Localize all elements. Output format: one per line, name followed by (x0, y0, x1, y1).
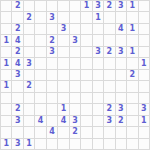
cell-r5c13[interactable] (139, 47, 150, 58)
cell-r7c4[interactable] (35, 70, 46, 81)
cell-r2c5[interactable]: 3 (47, 12, 58, 23)
cell-r13c10[interactable] (104, 139, 115, 150)
cell-r3c1[interactable] (1, 24, 12, 35)
cell-r13c2[interactable]: 3 (12, 139, 23, 150)
cell-r11c3[interactable] (24, 116, 35, 127)
cell-r8c3[interactable]: 2 (24, 81, 35, 92)
clue-number: 3 (49, 14, 55, 22)
cell-r12c7[interactable]: 2 (70, 127, 81, 138)
clue-number: 4 (38, 117, 44, 125)
cell-r5c10[interactable]: 2 (104, 47, 115, 58)
cell-r3c11[interactable]: 4 (116, 24, 127, 35)
clue-number: 3 (72, 117, 78, 125)
cell-r3c6[interactable]: 3 (58, 24, 69, 35)
cell-r13c11[interactable] (116, 139, 127, 150)
cell-r2c10[interactable] (104, 12, 115, 23)
clue-number: 3 (72, 37, 78, 45)
cell-r4c2[interactable]: 4 (12, 35, 23, 46)
cell-r1c7[interactable] (70, 1, 81, 12)
cell-r8c12[interactable] (127, 81, 138, 92)
cell-r5c9[interactable]: 3 (93, 47, 104, 58)
cell-r13c6[interactable] (58, 139, 69, 150)
cell-r10c2[interactable]: 2 (12, 104, 23, 115)
clue-number: 1 (141, 117, 147, 125)
clue-number: 4 (15, 37, 21, 45)
clue-number: 2 (15, 105, 21, 113)
cell-r5c1[interactable] (1, 47, 12, 58)
cell-r2c1[interactable] (1, 12, 12, 23)
cell-r1c8[interactable]: 1 (81, 1, 92, 12)
clue-number: 4 (15, 60, 21, 68)
cell-r6c4[interactable] (35, 58, 46, 69)
cell-r10c5[interactable] (47, 104, 58, 115)
cell-r2c6[interactable] (58, 12, 69, 23)
cell-r9c4[interactable] (35, 93, 46, 104)
clue-number: 3 (15, 71, 21, 79)
cell-r3c12[interactable]: 1 (127, 24, 138, 35)
cell-r11c6[interactable]: 4 (58, 116, 69, 127)
clue-number: 3 (118, 105, 124, 113)
cell-r12c6[interactable] (58, 127, 69, 138)
cell-r6c1[interactable]: 1 (1, 58, 12, 69)
cell-r2c2[interactable] (12, 12, 23, 23)
cell-r10c9[interactable] (93, 104, 104, 115)
clue-number: 1 (141, 60, 147, 68)
cell-r9c9[interactable] (93, 93, 104, 104)
cell-r4c5[interactable]: 2 (47, 35, 58, 46)
cell-r10c11[interactable]: 3 (116, 104, 127, 115)
cell-r6c7[interactable] (70, 58, 81, 69)
cell-r8c6[interactable] (58, 81, 69, 92)
cell-r2c9[interactable]: 1 (93, 12, 104, 23)
cell-r9c1[interactable] (1, 93, 12, 104)
cell-r3c13[interactable] (139, 24, 150, 35)
cell-r12c11[interactable] (116, 127, 127, 138)
cell-r8c4[interactable] (35, 81, 46, 92)
clue-number: 2 (15, 48, 21, 56)
cell-r4c9[interactable] (93, 35, 104, 46)
clue-number: 3 (26, 60, 32, 68)
cell-r7c12[interactable]: 2 (127, 70, 138, 81)
cell-r12c1[interactable] (1, 127, 12, 138)
cell-r2c3[interactable]: 2 (24, 12, 35, 23)
clue-number: 3 (61, 25, 67, 33)
cell-r6c5[interactable] (47, 58, 58, 69)
cell-r1c3[interactable] (24, 1, 35, 12)
cell-r9c8[interactable] (81, 93, 92, 104)
clue-number: 2 (72, 128, 78, 136)
cell-r13c5[interactable] (47, 139, 58, 150)
cell-r10c1[interactable] (1, 104, 12, 115)
cell-r5c11[interactable]: 3 (116, 47, 127, 58)
cell-r4c4[interactable] (35, 35, 46, 46)
clue-number: 2 (130, 71, 136, 79)
cell-r5c7[interactable] (70, 47, 81, 58)
cell-r11c1[interactable] (1, 116, 12, 127)
cell-r10c12[interactable] (127, 104, 138, 115)
cell-r10c8[interactable] (81, 104, 92, 115)
cell-r1c10[interactable]: 2 (104, 1, 115, 12)
cell-r8c11[interactable] (116, 81, 127, 92)
clue-number: 4 (49, 128, 55, 136)
cell-r8c9[interactable] (93, 81, 104, 92)
cell-r8c1[interactable]: 1 (1, 81, 12, 92)
puzzle-board: 2132312312341142323323114313212212333443… (0, 0, 150, 150)
cell-r10c6[interactable]: 1 (58, 104, 69, 115)
cell-r4c13[interactable] (139, 35, 150, 46)
cell-r10c10[interactable]: 2 (104, 104, 115, 115)
cell-r10c3[interactable] (24, 104, 35, 115)
cell-r9c2[interactable] (12, 93, 23, 104)
cell-r3c9[interactable] (93, 24, 104, 35)
cell-r4c11[interactable] (116, 35, 127, 46)
cell-r3c7[interactable] (70, 24, 81, 35)
cell-r6c12[interactable] (127, 58, 138, 69)
cell-r8c7[interactable] (70, 81, 81, 92)
cell-r7c9[interactable] (93, 70, 104, 81)
cell-r11c9[interactable] (93, 116, 104, 127)
cell-r8c13[interactable] (139, 81, 150, 92)
cell-r11c12[interactable] (127, 116, 138, 127)
cell-r13c3[interactable]: 1 (24, 139, 35, 150)
cell-r1c9[interactable]: 3 (93, 1, 104, 12)
cell-r3c3[interactable] (24, 24, 35, 35)
cell-r9c10[interactable] (104, 93, 115, 104)
cell-r4c6[interactable] (58, 35, 69, 46)
cell-r5c4[interactable] (35, 47, 46, 58)
cell-r4c10[interactable] (104, 35, 115, 46)
cell-r11c2[interactable]: 3 (12, 116, 23, 127)
cell-r9c12[interactable] (127, 93, 138, 104)
cell-r1c4[interactable] (35, 1, 46, 12)
cell-r4c7[interactable]: 3 (70, 35, 81, 46)
cell-r3c8[interactable] (81, 24, 92, 35)
clue-number: 4 (61, 117, 67, 125)
cell-r12c3[interactable] (24, 127, 35, 138)
clue-number: 1 (3, 140, 9, 148)
cell-r2c8[interactable] (81, 12, 92, 23)
cell-r6c13[interactable]: 1 (139, 58, 150, 69)
cell-r10c13[interactable]: 3 (139, 104, 150, 115)
cell-r12c5[interactable]: 4 (47, 127, 58, 138)
cell-r9c13[interactable] (139, 93, 150, 104)
clue-number: 3 (15, 117, 21, 125)
cell-r7c7[interactable] (70, 70, 81, 81)
clue-number: 3 (118, 2, 124, 10)
clue-number: 1 (95, 14, 101, 22)
clue-number: 2 (15, 25, 21, 33)
cell-r12c10[interactable] (104, 127, 115, 138)
cell-r11c11[interactable]: 2 (116, 116, 127, 127)
cell-r8c10[interactable] (104, 81, 115, 92)
cell-r1c5[interactable] (47, 1, 58, 12)
clue-number: 1 (3, 60, 9, 68)
cell-r7c3[interactable] (24, 70, 35, 81)
cell-r13c8[interactable] (81, 139, 92, 150)
cell-r7c8[interactable] (81, 70, 92, 81)
cell-r8c8[interactable] (81, 81, 92, 92)
clue-number: 3 (49, 48, 55, 56)
cell-r12c2[interactable] (12, 127, 23, 138)
cell-r11c7[interactable]: 3 (70, 116, 81, 127)
cell-r1c12[interactable]: 1 (127, 1, 138, 12)
clue-number: 2 (15, 2, 21, 10)
cell-r12c9[interactable] (93, 127, 104, 138)
clue-number: 1 (26, 140, 32, 148)
cell-r7c11[interactable] (116, 70, 127, 81)
cell-r2c12[interactable] (127, 12, 138, 23)
cell-r4c12[interactable] (127, 35, 138, 46)
cell-r7c6[interactable] (58, 70, 69, 81)
clue-number: 2 (107, 48, 113, 56)
cell-r9c7[interactable] (70, 93, 81, 104)
cell-r5c6[interactable] (58, 47, 69, 58)
cell-r2c7[interactable] (70, 12, 81, 23)
cell-r13c13[interactable] (139, 139, 150, 150)
cell-r3c2[interactable]: 2 (12, 24, 23, 35)
cell-r6c8[interactable] (81, 58, 92, 69)
clue-number: 1 (130, 25, 136, 33)
cell-r11c5[interactable] (47, 116, 58, 127)
cell-r11c8[interactable] (81, 116, 92, 127)
clue-number: 1 (3, 82, 9, 90)
cell-r1c13[interactable] (139, 1, 150, 12)
clue-number: 1 (61, 105, 67, 113)
clue-number: 3 (118, 48, 124, 56)
clue-number: 3 (95, 48, 101, 56)
cell-r6c6[interactable] (58, 58, 69, 69)
cell-r9c6[interactable] (58, 93, 69, 104)
cell-r6c10[interactable] (104, 58, 115, 69)
cell-r3c4[interactable] (35, 24, 46, 35)
clue-number: 3 (141, 105, 147, 113)
clue-number: 1 (130, 48, 136, 56)
clue-number: 2 (118, 117, 124, 125)
cell-r4c8[interactable] (81, 35, 92, 46)
cell-r10c7[interactable] (70, 104, 81, 115)
cell-r4c1[interactable]: 1 (1, 35, 12, 46)
cell-r7c1[interactable] (1, 70, 12, 81)
cell-r3c10[interactable] (104, 24, 115, 35)
clue-number: 4 (118, 25, 124, 33)
cell-r12c12[interactable] (127, 127, 138, 138)
cell-r11c13[interactable]: 1 (139, 116, 150, 127)
cell-r9c11[interactable] (116, 93, 127, 104)
cell-r12c4[interactable] (35, 127, 46, 138)
cell-r13c9[interactable] (93, 139, 104, 150)
clue-number: 3 (107, 117, 113, 125)
cell-r7c5[interactable] (47, 70, 58, 81)
cell-r5c2[interactable]: 2 (12, 47, 23, 58)
cell-r7c2[interactable]: 3 (12, 70, 23, 81)
cell-r2c13[interactable] (139, 12, 150, 23)
clue-number: 1 (84, 2, 90, 10)
cell-r5c8[interactable] (81, 47, 92, 58)
cell-r7c10[interactable] (104, 70, 115, 81)
cell-r7c13[interactable] (139, 70, 150, 81)
cell-r8c2[interactable] (12, 81, 23, 92)
cell-r12c13[interactable] (139, 127, 150, 138)
cell-r3c5[interactable] (47, 24, 58, 35)
cell-r11c4[interactable]: 4 (35, 116, 46, 127)
clue-number: 1 (3, 37, 9, 45)
clue-number: 3 (95, 2, 101, 10)
cell-r2c11[interactable] (116, 12, 127, 23)
cell-r6c3[interactable]: 3 (24, 58, 35, 69)
cell-r10c4[interactable] (35, 104, 46, 115)
clue-number: 2 (26, 14, 32, 22)
cell-r9c5[interactable] (47, 93, 58, 104)
clue-number: 1 (130, 2, 136, 10)
cell-r13c12[interactable] (127, 139, 138, 150)
clue-number: 2 (107, 2, 113, 10)
cell-r6c2[interactable]: 4 (12, 58, 23, 69)
clue-number: 2 (107, 105, 113, 113)
cell-r5c12[interactable]: 1 (127, 47, 138, 58)
cell-r5c5[interactable]: 3 (47, 47, 58, 58)
cell-r1c11[interactable]: 3 (116, 1, 127, 12)
clue-number: 2 (26, 82, 32, 90)
cell-r13c1[interactable]: 1 (1, 139, 12, 150)
clue-number: 3 (15, 140, 21, 148)
cell-r9c3[interactable] (24, 93, 35, 104)
cell-r2c4[interactable] (35, 12, 46, 23)
cell-r12c8[interactable] (81, 127, 92, 138)
cell-r4c3[interactable] (24, 35, 35, 46)
cell-r1c6[interactable] (58, 1, 69, 12)
cell-r5c3[interactable] (24, 47, 35, 58)
cell-r1c2[interactable]: 2 (12, 1, 23, 12)
cell-r13c7[interactable] (70, 139, 81, 150)
cell-r8c5[interactable] (47, 81, 58, 92)
clue-number: 2 (49, 37, 55, 45)
cell-r1c1[interactable] (1, 1, 12, 12)
cell-r6c9[interactable] (93, 58, 104, 69)
cell-r11c10[interactable]: 3 (104, 116, 115, 127)
cell-r6c11[interactable] (116, 58, 127, 69)
cell-r13c4[interactable] (35, 139, 46, 150)
